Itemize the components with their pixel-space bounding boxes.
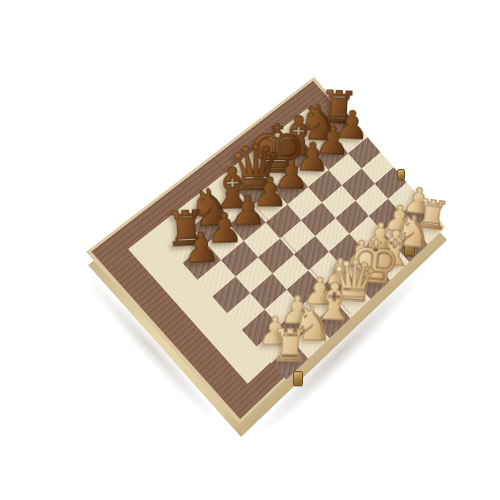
piece-black-pawn-a7: ♟ xyxy=(182,227,220,269)
piece-white-rook-a1: ♜ xyxy=(270,324,310,369)
pieces-layer: ♜♞♝♛♚♝♞♜♟♟♟♟♟♟♟♟♟♟♟♟♟♟♟♟♜♞♝♛♚♝♞♜ xyxy=(0,0,500,500)
chess-set-product-photo: ♜♞♝♛♚♝♞♜♟♟♟♟♟♟♟♟♟♟♟♟♟♟♟♟♜♞♝♛♚♝♞♜ xyxy=(0,0,500,500)
